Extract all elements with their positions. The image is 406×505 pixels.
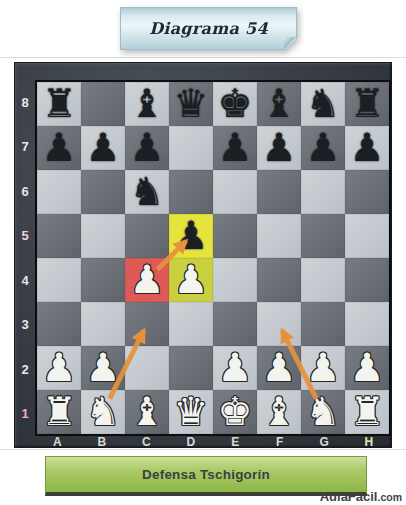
square-f2: ♟ bbox=[257, 346, 301, 390]
opening-name-banner: Defensa Tschigorín bbox=[45, 456, 367, 496]
file-label-H: H bbox=[347, 436, 392, 449]
square-d4: ♟ bbox=[169, 258, 213, 302]
square-g7: ♟ bbox=[301, 126, 345, 170]
watermark-tld: .com bbox=[377, 491, 402, 503]
black-pawn-a7: ♟ bbox=[42, 126, 77, 170]
square-c2 bbox=[125, 346, 169, 390]
square-f6 bbox=[257, 170, 301, 214]
white-pawn-a2: ♟ bbox=[42, 346, 77, 390]
white-pawn-c4: ♟ bbox=[130, 258, 165, 302]
square-c3 bbox=[125, 302, 169, 346]
square-b3 bbox=[81, 302, 125, 346]
square-f8: ♝ bbox=[257, 82, 301, 126]
square-d5: ♟ bbox=[169, 214, 213, 258]
square-c7: ♟ bbox=[125, 126, 169, 170]
square-d1: ♛ bbox=[169, 390, 213, 434]
white-king-e1: ♚ bbox=[218, 390, 253, 434]
square-b2: ♟ bbox=[81, 346, 125, 390]
square-e8: ♚ bbox=[213, 82, 257, 126]
black-pawn-b7: ♟ bbox=[86, 126, 121, 170]
square-b4 bbox=[81, 258, 125, 302]
square-e3 bbox=[213, 302, 257, 346]
square-d3 bbox=[169, 302, 213, 346]
square-g8: ♞ bbox=[301, 82, 345, 126]
square-d7 bbox=[169, 126, 213, 170]
divider-top bbox=[0, 57, 406, 58]
black-pawn-h7: ♟ bbox=[350, 126, 385, 170]
square-e6 bbox=[213, 170, 257, 214]
black-knight-g8: ♞ bbox=[306, 82, 341, 126]
file-label-A: A bbox=[35, 436, 80, 449]
black-bishop-f8: ♝ bbox=[262, 82, 297, 126]
square-h6 bbox=[345, 170, 389, 214]
file-label-B: B bbox=[80, 436, 125, 449]
square-h1: ♜ bbox=[345, 390, 389, 434]
chess-board-frame: 87654321 ♜♝♛♚♝♞♜♟♟♟♟♟♟♟♞♟♟♟♟♟♟♟♟♟♜♞♝♛♚♝♞… bbox=[14, 62, 392, 448]
square-d2 bbox=[169, 346, 213, 390]
diagram-title: Diagrama 54 bbox=[149, 19, 268, 38]
square-g5 bbox=[301, 214, 345, 258]
black-pawn-f7: ♟ bbox=[262, 126, 297, 170]
square-b5 bbox=[81, 214, 125, 258]
square-g3 bbox=[301, 302, 345, 346]
square-h5 bbox=[345, 214, 389, 258]
white-pawn-f2: ♟ bbox=[262, 346, 297, 390]
square-e2: ♟ bbox=[213, 346, 257, 390]
rank-label-3: 3 bbox=[15, 303, 35, 348]
page-curl-icon bbox=[284, 37, 296, 49]
square-a3 bbox=[37, 302, 81, 346]
file-label-F: F bbox=[258, 436, 303, 449]
file-label-G: G bbox=[302, 436, 347, 449]
square-b8 bbox=[81, 82, 125, 126]
square-f4 bbox=[257, 258, 301, 302]
square-b1: ♞ bbox=[81, 390, 125, 434]
square-d6 bbox=[169, 170, 213, 214]
square-c5 bbox=[125, 214, 169, 258]
square-f5 bbox=[257, 214, 301, 258]
square-e5 bbox=[213, 214, 257, 258]
black-pawn-g7: ♟ bbox=[306, 126, 341, 170]
site-watermark: AulaFacil.com bbox=[320, 487, 402, 505]
black-queen-d8: ♛ bbox=[174, 82, 209, 126]
square-f3 bbox=[257, 302, 301, 346]
square-c1: ♝ bbox=[125, 390, 169, 434]
black-rook-a8: ♜ bbox=[42, 82, 77, 126]
square-f7: ♟ bbox=[257, 126, 301, 170]
white-pawn-d4: ♟ bbox=[174, 258, 209, 302]
square-b7: ♟ bbox=[81, 126, 125, 170]
rank-label-1: 1 bbox=[15, 392, 35, 437]
square-e4 bbox=[213, 258, 257, 302]
square-h8: ♜ bbox=[345, 82, 389, 126]
square-a4 bbox=[37, 258, 81, 302]
rank-labels: 87654321 bbox=[15, 80, 35, 436]
square-a1: ♜ bbox=[37, 390, 81, 434]
chess-board: ♜♝♛♚♝♞♜♟♟♟♟♟♟♟♞♟♟♟♟♟♟♟♟♟♜♞♝♛♚♝♞♜ bbox=[35, 80, 391, 436]
black-knight-c6: ♞ bbox=[130, 170, 165, 214]
square-e7: ♟ bbox=[213, 126, 257, 170]
square-g1: ♞ bbox=[301, 390, 345, 434]
chess-lesson-diagram: Diagrama 54 87654321 ♜♝♛♚♝♞♜♟♟♟♟♟♟♟♞♟♟♟♟… bbox=[0, 0, 406, 505]
square-g2: ♟ bbox=[301, 346, 345, 390]
black-pawn-c7: ♟ bbox=[130, 126, 165, 170]
square-c4: ♟ bbox=[125, 258, 169, 302]
square-e1: ♚ bbox=[213, 390, 257, 434]
white-bishop-c1: ♝ bbox=[130, 390, 165, 434]
square-d8: ♛ bbox=[169, 82, 213, 126]
rank-label-8: 8 bbox=[15, 80, 35, 125]
black-pawn-d5: ♟ bbox=[174, 214, 209, 258]
black-rook-h8: ♜ bbox=[350, 82, 385, 126]
black-pawn-e7: ♟ bbox=[218, 126, 253, 170]
opening-name-label: Defensa Tschigorín bbox=[142, 467, 270, 482]
black-bishop-c8: ♝ bbox=[130, 82, 165, 126]
square-c6: ♞ bbox=[125, 170, 169, 214]
square-b6 bbox=[81, 170, 125, 214]
rank-label-6: 6 bbox=[15, 169, 35, 214]
white-pawn-b2: ♟ bbox=[86, 346, 121, 390]
rank-label-5: 5 bbox=[15, 214, 35, 259]
square-f1: ♝ bbox=[257, 390, 301, 434]
board-squares: ♜♝♛♚♝♞♜♟♟♟♟♟♟♟♞♟♟♟♟♟♟♟♟♟♜♞♝♛♚♝♞♜ bbox=[37, 82, 389, 434]
square-a8: ♜ bbox=[37, 82, 81, 126]
square-a6 bbox=[37, 170, 81, 214]
divider-bottom bbox=[0, 449, 406, 450]
white-bishop-f1: ♝ bbox=[262, 390, 297, 434]
square-c8: ♝ bbox=[125, 82, 169, 126]
white-queen-d1: ♛ bbox=[174, 390, 209, 434]
note-background: Diagrama 54 bbox=[120, 7, 297, 50]
square-g6 bbox=[301, 170, 345, 214]
square-h3 bbox=[345, 302, 389, 346]
square-a2: ♟ bbox=[37, 346, 81, 390]
square-h4 bbox=[345, 258, 389, 302]
white-pawn-e2: ♟ bbox=[218, 346, 253, 390]
file-label-C: C bbox=[124, 436, 169, 449]
rank-label-2: 2 bbox=[15, 347, 35, 392]
white-pawn-g2: ♟ bbox=[306, 346, 341, 390]
diagram-title-note: Diagrama 54 bbox=[120, 7, 297, 50]
rank-label-7: 7 bbox=[15, 125, 35, 170]
white-knight-g1: ♞ bbox=[306, 390, 341, 434]
file-label-E: E bbox=[213, 436, 258, 449]
white-rook-h1: ♜ bbox=[350, 390, 385, 434]
file-label-D: D bbox=[169, 436, 214, 449]
black-king-e8: ♚ bbox=[218, 82, 253, 126]
square-g4 bbox=[301, 258, 345, 302]
square-a7: ♟ bbox=[37, 126, 81, 170]
white-knight-b1: ♞ bbox=[86, 390, 121, 434]
square-h7: ♟ bbox=[345, 126, 389, 170]
rank-label-4: 4 bbox=[15, 258, 35, 303]
watermark-name: AulaFacil bbox=[320, 489, 378, 504]
square-h2: ♟ bbox=[345, 346, 389, 390]
square-a5 bbox=[37, 214, 81, 258]
white-rook-a1: ♜ bbox=[42, 390, 77, 434]
file-labels: ABCDEFGH bbox=[35, 436, 391, 449]
white-pawn-h2: ♟ bbox=[350, 346, 385, 390]
